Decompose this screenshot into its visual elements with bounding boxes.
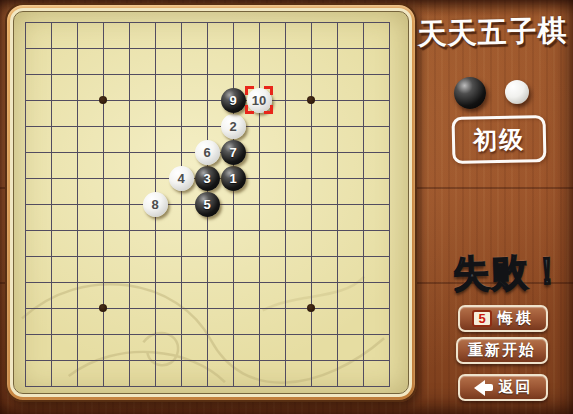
stone-black-1: 1 bbox=[221, 166, 246, 191]
intersection-8-6: 6 bbox=[194, 139, 220, 165]
intersection-6-8: 8 bbox=[142, 191, 168, 217]
level-button-label: 初级 bbox=[473, 123, 526, 156]
intersection-10-4: 10 bbox=[246, 87, 272, 113]
stone-white-10: 10 bbox=[247, 88, 272, 113]
restart-button-label: 重新开始 bbox=[468, 341, 536, 360]
intersection-8-7: 3 bbox=[194, 165, 220, 191]
app-title: 天天五子棋 bbox=[412, 11, 573, 55]
undo-count-badge: 5 bbox=[472, 310, 492, 327]
level-button[interactable]: 初级 bbox=[452, 115, 547, 164]
star-point bbox=[307, 304, 315, 312]
undo-button-label: 悔棋 bbox=[498, 309, 534, 328]
intersection-7-7: 4 bbox=[168, 165, 194, 191]
intersection-9-7: 1 bbox=[220, 165, 246, 191]
back-button[interactable]: 返回 bbox=[458, 374, 548, 401]
star-point bbox=[99, 304, 107, 312]
stone-black-5: 5 bbox=[195, 192, 220, 217]
board-panel: 12345678910 bbox=[5, 3, 417, 402]
stone-white-8: 8 bbox=[143, 192, 168, 217]
intersection-9-4: 9 bbox=[220, 87, 246, 113]
opponent-stone-white-icon bbox=[505, 80, 529, 104]
game-board[interactable]: 12345678910 bbox=[13, 11, 409, 394]
intersection-9-6: 7 bbox=[220, 139, 246, 165]
result-text: 失败！ bbox=[445, 246, 573, 300]
gomoku-app: 12345678910 天天五子棋 初级 失败！ 5 悔棋 重新开始 返回 bbox=[0, 0, 573, 414]
undo-button[interactable]: 5 悔棋 bbox=[458, 305, 548, 332]
back-button-label: 返回 bbox=[499, 378, 533, 397]
stone-white-6: 6 bbox=[195, 140, 220, 165]
star-point bbox=[307, 96, 315, 104]
back-arrow-icon bbox=[474, 380, 493, 396]
player-stone-black-icon bbox=[454, 77, 486, 109]
stone-black-3: 3 bbox=[195, 166, 220, 191]
stones-layer: 12345678910 bbox=[12, 9, 402, 399]
star-point bbox=[99, 96, 107, 104]
intersection-8-8: 5 bbox=[194, 191, 220, 217]
restart-button[interactable]: 重新开始 bbox=[456, 337, 548, 364]
stone-white-4: 4 bbox=[169, 166, 194, 191]
stone-black-9: 9 bbox=[221, 88, 246, 113]
stone-black-7: 7 bbox=[221, 140, 246, 165]
board-grid-lines: 12345678910 bbox=[25, 22, 390, 387]
stone-white-2: 2 bbox=[221, 114, 246, 139]
intersection-9-5: 2 bbox=[220, 113, 246, 139]
